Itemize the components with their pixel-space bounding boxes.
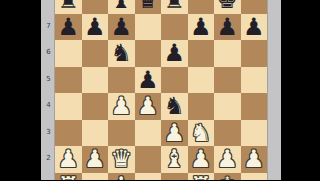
square-h3: [241, 120, 268, 147]
square-g5: [214, 67, 241, 94]
square-e2: ♝: [161, 146, 188, 173]
square-c7: ♟: [108, 14, 135, 41]
white-pawn-h2: ♟: [243, 146, 265, 173]
square-f8: [188, 0, 215, 14]
black-knight-c6: ♞: [110, 40, 132, 67]
black-pawn-f7: ♟: [190, 14, 212, 41]
square-h4: [241, 93, 268, 120]
black-knight-e4: ♞: [163, 93, 185, 120]
square-h7: ♟: [241, 14, 268, 41]
black-pawn-e6: ♟: [163, 40, 185, 67]
black-pawn-a7: ♟: [57, 14, 79, 41]
square-a5: [55, 67, 82, 94]
square-d5: ♟: [135, 67, 162, 94]
white-pawn-a2: ♟: [57, 146, 79, 173]
square-b2: ♟: [82, 146, 109, 173]
square-e6: ♟: [161, 40, 188, 67]
rank-label-6: 6: [42, 48, 55, 56]
square-c8: ♝: [108, 0, 135, 14]
black-bishop-c8: ♝: [110, 0, 132, 14]
white-rook-a1: ♜: [57, 173, 79, 181]
square-c1: ♝: [108, 173, 135, 181]
square-a4: [55, 93, 82, 120]
black-pawn-c7: ♟: [110, 14, 132, 41]
square-c5: [108, 67, 135, 94]
square-h8: [241, 0, 268, 14]
square-b4: [82, 93, 109, 120]
square-f1: ♜: [188, 173, 215, 181]
square-c2: ♛: [108, 146, 135, 173]
black-queen-d8: ♛: [137, 0, 159, 14]
square-e1: [161, 173, 188, 181]
square-d4: ♟: [135, 93, 162, 120]
square-g8: ♚: [214, 0, 241, 14]
white-pawn-d4: ♟: [137, 93, 159, 120]
black-king-g8: ♚: [216, 0, 238, 14]
white-queen-c2: ♛: [110, 146, 132, 173]
rank-label-3: 3: [42, 128, 55, 136]
square-a2: ♟: [55, 146, 82, 173]
chess-diagram-frame: ♜♝♛♜♚♟♟♟♟♟♟♞♟♟♟♟♞♟♞♟♟♛♝♟♟♟♜♝♜♚ 765432: [0, 0, 320, 180]
square-c6: ♞: [108, 40, 135, 67]
square-a8: ♜: [55, 0, 82, 14]
black-pawn-g7: ♟: [216, 14, 238, 41]
letterbox-left-bar: [0, 0, 41, 180]
white-knight-f3: ♞: [190, 120, 212, 147]
square-d1: [135, 173, 162, 181]
black-pawn-b7: ♟: [84, 14, 106, 41]
square-f2: ♟: [188, 146, 215, 173]
square-e7: [161, 14, 188, 41]
square-e5: [161, 67, 188, 94]
white-pawn-f2: ♟: [190, 146, 212, 173]
square-g3: [214, 120, 241, 147]
square-g2: ♟: [214, 146, 241, 173]
letterbox-right-bar: [281, 0, 320, 180]
white-king-g1: ♚: [216, 173, 238, 181]
square-a1: ♜: [55, 173, 82, 181]
square-b1: [82, 173, 109, 181]
square-h5: [241, 67, 268, 94]
white-pawn-b2: ♟: [84, 146, 106, 173]
white-pawn-e3: ♟: [163, 120, 185, 147]
rank-label-5: 5: [42, 75, 55, 83]
square-h2: ♟: [241, 146, 268, 173]
rank-label-4: 4: [42, 101, 55, 109]
square-h6: [241, 40, 268, 67]
white-bishop-e2: ♝: [163, 146, 185, 173]
square-b5: [82, 67, 109, 94]
square-e8: ♜: [161, 0, 188, 14]
square-d7: [135, 14, 162, 41]
chess-board: ♜♝♛♜♚♟♟♟♟♟♟♞♟♟♟♟♞♟♞♟♟♛♝♟♟♟♜♝♜♚: [55, 0, 267, 180]
white-bishop-c1: ♝: [110, 173, 132, 181]
black-pawn-d5: ♟: [137, 67, 159, 94]
square-f3: ♞: [188, 120, 215, 147]
square-g7: ♟: [214, 14, 241, 41]
white-pawn-g2: ♟: [216, 146, 238, 173]
square-c4: ♟: [108, 93, 135, 120]
square-e4: ♞: [161, 93, 188, 120]
square-f5: [188, 67, 215, 94]
rank-label-2: 2: [42, 154, 55, 162]
square-g1: ♚: [214, 173, 241, 181]
square-e3: ♟: [161, 120, 188, 147]
square-a3: [55, 120, 82, 147]
black-pawn-h7: ♟: [243, 14, 265, 41]
white-rook-f1: ♜: [190, 173, 212, 181]
square-h1: [241, 173, 268, 181]
square-a6: [55, 40, 82, 67]
white-pawn-c4: ♟: [110, 93, 132, 120]
square-b6: [82, 40, 109, 67]
square-f4: [188, 93, 215, 120]
square-c3: [108, 120, 135, 147]
square-d2: [135, 146, 162, 173]
square-d8: ♛: [135, 0, 162, 14]
square-f6: [188, 40, 215, 67]
square-a7: ♟: [55, 14, 82, 41]
square-b7: ♟: [82, 14, 109, 41]
square-b8: [82, 0, 109, 14]
black-rook-a8: ♜: [57, 0, 79, 14]
square-f7: ♟: [188, 14, 215, 41]
square-d3: [135, 120, 162, 147]
square-g4: [214, 93, 241, 120]
square-b3: [82, 120, 109, 147]
square-g6: [214, 40, 241, 67]
rank-label-7: 7: [42, 22, 55, 30]
black-rook-e8: ♜: [163, 0, 185, 14]
square-d6: [135, 40, 162, 67]
